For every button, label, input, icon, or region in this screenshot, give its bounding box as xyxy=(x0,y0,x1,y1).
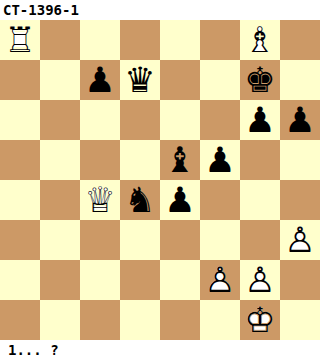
square-b4[interactable] xyxy=(40,180,80,220)
square-f4[interactable] xyxy=(200,180,240,220)
square-c8[interactable] xyxy=(80,20,120,60)
square-g3[interactable] xyxy=(240,220,280,260)
square-g7[interactable]: ♚ xyxy=(240,60,280,100)
square-f8[interactable] xyxy=(200,20,240,60)
square-c3[interactable] xyxy=(80,220,120,260)
square-e1[interactable] xyxy=(160,300,200,340)
square-d7[interactable]: ♛ xyxy=(120,60,160,100)
square-d8[interactable] xyxy=(120,20,160,60)
square-g2[interactable]: ♟♙ xyxy=(240,260,280,300)
square-e3[interactable] xyxy=(160,220,200,260)
piece-black-knight[interactable]: ♞ xyxy=(120,180,160,220)
square-b5[interactable] xyxy=(40,140,80,180)
square-h1[interactable] xyxy=(280,300,320,340)
square-d1[interactable] xyxy=(120,300,160,340)
square-h2[interactable] xyxy=(280,260,320,300)
square-c2[interactable] xyxy=(80,260,120,300)
piece-black-pawn[interactable]: ♟ xyxy=(200,140,240,180)
square-d4[interactable]: ♞ xyxy=(120,180,160,220)
square-f2[interactable]: ♟♙ xyxy=(200,260,240,300)
piece-white-pawn[interactable]: ♙ xyxy=(280,220,320,260)
square-b2[interactable] xyxy=(40,260,80,300)
square-e4[interactable]: ♟ xyxy=(160,180,200,220)
piece-black-king[interactable]: ♚ xyxy=(240,60,280,100)
square-f3[interactable] xyxy=(200,220,240,260)
piece-white-bishop[interactable]: ♗ xyxy=(240,20,280,60)
square-b7[interactable] xyxy=(40,60,80,100)
square-h5[interactable] xyxy=(280,140,320,180)
piece-black-pawn[interactable]: ♟ xyxy=(280,100,320,140)
square-h8[interactable] xyxy=(280,20,320,60)
square-e7[interactable] xyxy=(160,60,200,100)
piece-black-pawn[interactable]: ♟ xyxy=(80,60,120,100)
square-c1[interactable] xyxy=(80,300,120,340)
square-b3[interactable] xyxy=(40,220,80,260)
square-a6[interactable] xyxy=(0,100,40,140)
square-a5[interactable] xyxy=(0,140,40,180)
square-a3[interactable] xyxy=(0,220,40,260)
square-a1[interactable] xyxy=(0,300,40,340)
square-d6[interactable] xyxy=(120,100,160,140)
square-b1[interactable] xyxy=(40,300,80,340)
square-g8[interactable]: ♝♗ xyxy=(240,20,280,60)
square-c6[interactable] xyxy=(80,100,120,140)
square-c5[interactable] xyxy=(80,140,120,180)
square-f1[interactable] xyxy=(200,300,240,340)
square-a4[interactable] xyxy=(0,180,40,220)
caption-bar: 1... ? xyxy=(0,340,320,360)
piece-black-pawn[interactable]: ♟ xyxy=(160,180,200,220)
square-f7[interactable] xyxy=(200,60,240,100)
move-prompt: 1... ? xyxy=(0,340,59,360)
square-b8[interactable] xyxy=(40,20,80,60)
piece-white-rook[interactable]: ♖ xyxy=(0,20,40,60)
piece-white-pawn[interactable]: ♙ xyxy=(240,260,280,300)
square-c4[interactable]: ♛♕ xyxy=(80,180,120,220)
square-e2[interactable] xyxy=(160,260,200,300)
square-e5[interactable]: ♝ xyxy=(160,140,200,180)
piece-white-pawn[interactable]: ♙ xyxy=(200,260,240,300)
square-b6[interactable] xyxy=(40,100,80,140)
square-a7[interactable] xyxy=(0,60,40,100)
square-h3[interactable]: ♟♙ xyxy=(280,220,320,260)
square-f5[interactable]: ♟ xyxy=(200,140,240,180)
puzzle-id: CT-1396-1 xyxy=(0,0,79,20)
square-g4[interactable] xyxy=(240,180,280,220)
square-e6[interactable] xyxy=(160,100,200,140)
square-f6[interactable] xyxy=(200,100,240,140)
piece-white-queen[interactable]: ♕ xyxy=(80,180,120,220)
square-h4[interactable] xyxy=(280,180,320,220)
piece-black-bishop[interactable]: ♝ xyxy=(160,140,200,180)
chess-board: ♜♖♝♗♟♛♚♟♟♝♟♛♕♞♟♟♙♟♙♟♙♚♔ xyxy=(0,20,320,340)
square-d2[interactable] xyxy=(120,260,160,300)
puzzle-title-bar: CT-1396-1 xyxy=(0,0,320,20)
square-d5[interactable] xyxy=(120,140,160,180)
square-e8[interactable] xyxy=(160,20,200,60)
piece-black-pawn[interactable]: ♟ xyxy=(240,100,280,140)
square-h6[interactable]: ♟ xyxy=(280,100,320,140)
square-g6[interactable]: ♟ xyxy=(240,100,280,140)
piece-white-king[interactable]: ♔ xyxy=(240,300,280,340)
square-g5[interactable] xyxy=(240,140,280,180)
square-a2[interactable] xyxy=(0,260,40,300)
square-a8[interactable]: ♜♖ xyxy=(0,20,40,60)
piece-black-queen[interactable]: ♛ xyxy=(120,60,160,100)
square-d3[interactable] xyxy=(120,220,160,260)
square-g1[interactable]: ♚♔ xyxy=(240,300,280,340)
square-h7[interactable] xyxy=(280,60,320,100)
square-c7[interactable]: ♟ xyxy=(80,60,120,100)
